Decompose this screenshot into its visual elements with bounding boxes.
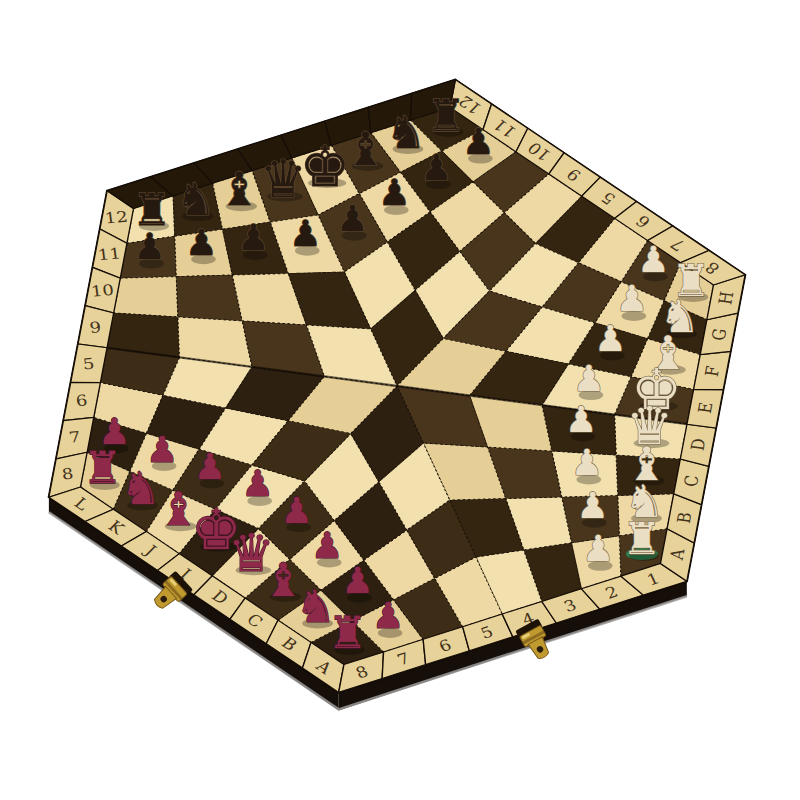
piece-white-pawn[interactable]: ♟ xyxy=(571,442,603,483)
coordinate-label: 5 xyxy=(82,355,96,373)
piece-red-pawn[interactable]: ♟ xyxy=(281,490,313,531)
photo-canvas: 12111095678LKJIDCBA87654321ABCDEFGH12111… xyxy=(0,0,800,800)
coordinate-label: 6 xyxy=(75,392,89,410)
piece-black-bishop[interactable]: ♝ xyxy=(219,162,260,216)
coordinate-label: 8 xyxy=(61,465,75,483)
three-player-chess-board: 12111095678LKJIDCBA87654321ABCDEFGH12111… xyxy=(0,0,800,800)
piece-black-king[interactable]: ♚ xyxy=(300,134,350,199)
piece-red-rook[interactable]: ♜ xyxy=(83,442,122,493)
piece-black-pawn[interactable]: ♟ xyxy=(420,147,452,188)
coordinate-label: 7 xyxy=(68,428,82,446)
piece-black-bishop[interactable]: ♝ xyxy=(345,122,386,176)
piece-white-rook[interactable]: ♜ xyxy=(622,513,661,564)
piece-red-pawn[interactable]: ♟ xyxy=(311,525,343,566)
piece-white-pawn[interactable]: ♟ xyxy=(594,318,626,359)
piece-red-knight[interactable]: ♞ xyxy=(120,462,160,515)
coordinate-label: H xyxy=(715,290,738,306)
coordinate-label: 12 xyxy=(104,208,129,227)
piece-red-pawn[interactable]: ♟ xyxy=(342,560,374,601)
coordinate-label: 9 xyxy=(89,318,103,336)
piece-white-pawn[interactable]: ♟ xyxy=(565,399,597,440)
piece-black-pawn[interactable]: ♟ xyxy=(289,213,321,254)
piece-black-pawn[interactable]: ♟ xyxy=(336,198,368,239)
piece-black-knight[interactable]: ♞ xyxy=(176,173,216,226)
piece-black-queen[interactable]: ♛ xyxy=(260,149,307,209)
piece-white-pawn[interactable]: ♟ xyxy=(637,239,669,280)
piece-black-pawn[interactable]: ♟ xyxy=(133,226,165,267)
piece-black-pawn[interactable]: ♟ xyxy=(237,217,269,258)
piece-red-pawn[interactable]: ♟ xyxy=(242,463,274,504)
piece-white-pawn[interactable]: ♟ xyxy=(573,358,605,399)
piece-white-pawn[interactable]: ♟ xyxy=(616,278,648,319)
coordinate-label: 10 xyxy=(90,281,115,300)
piece-red-pawn[interactable]: ♟ xyxy=(372,595,404,636)
piece-black-pawn[interactable]: ♟ xyxy=(462,121,494,162)
coordinate-label: 11 xyxy=(97,245,122,264)
piece-red-rook[interactable]: ♜ xyxy=(328,607,367,658)
piece-black-pawn[interactable]: ♟ xyxy=(378,172,410,213)
piece-red-pawn[interactable]: ♟ xyxy=(194,446,226,487)
piece-white-pawn[interactable]: ♟ xyxy=(582,528,614,569)
piece-white-pawn[interactable]: ♟ xyxy=(576,485,608,526)
piece-black-rook[interactable]: ♜ xyxy=(427,90,466,141)
piece-black-pawn[interactable]: ♟ xyxy=(185,222,217,263)
